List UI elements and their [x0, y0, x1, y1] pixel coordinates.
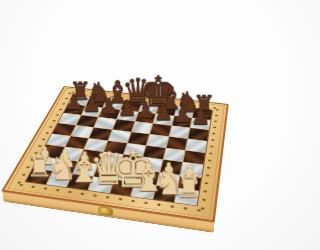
square-h6 — [189, 128, 209, 140]
piece-white-bishop: ♝ — [68, 152, 89, 187]
square-f7: ♟ — [154, 114, 174, 126]
piece-white-rook: ♜ — [176, 173, 197, 201]
piece-white-rook: ♜ — [27, 154, 47, 181]
square-f1: ♝ — [131, 183, 155, 199]
piece-white-knight: ♞ — [47, 153, 67, 183]
piece-black-pawn: ♟ — [191, 107, 209, 127]
square-h1: ♜ — [175, 189, 199, 206]
square-h5 — [186, 139, 207, 152]
piece-black-pawn: ♟ — [100, 97, 117, 117]
piece-white-bishop: ♝ — [132, 160, 153, 195]
chess-board: ♜♞♝♛♚♝♞♜♟♟♟♟♟♟♟♟♟♟♟♟♟♟♟♟♜♞♝♛♚♝♞♜ — [1, 86, 228, 222]
square-g7: ♟ — [172, 116, 192, 128]
piece-white-queen: ♛ — [89, 148, 110, 189]
piece-black-pawn: ♟ — [64, 93, 81, 113]
piece-white-king: ♚ — [110, 146, 131, 192]
piece-white-knight: ♞ — [154, 167, 175, 198]
piece-black-pawn: ♟ — [136, 101, 154, 121]
brass-latch-icon — [99, 207, 111, 215]
product-photo-scene: ♜♞♝♛♚♝♞♜♟♟♟♟♟♟♟♟♟♟♟♟♟♟♟♟♜♞♝♛♚♝♞♜ — [0, 0, 250, 250]
piece-black-pawn: ♟ — [172, 105, 190, 125]
square-g1: ♞ — [153, 186, 177, 202]
piece-black-pawn: ♟ — [117, 99, 135, 119]
piece-black-pawn: ♟ — [154, 103, 172, 123]
piece-black-pawn: ♟ — [82, 95, 99, 115]
